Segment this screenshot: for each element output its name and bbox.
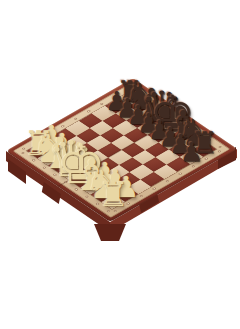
foot-front: [94, 224, 126, 241]
product-photo: ♜♞♝♛♚♝♞♜♟♟♟♟♟♟♟♟♟♟♟♟♟♟♟♟♜♞♝♛♚♝♞♜: [0, 0, 240, 329]
